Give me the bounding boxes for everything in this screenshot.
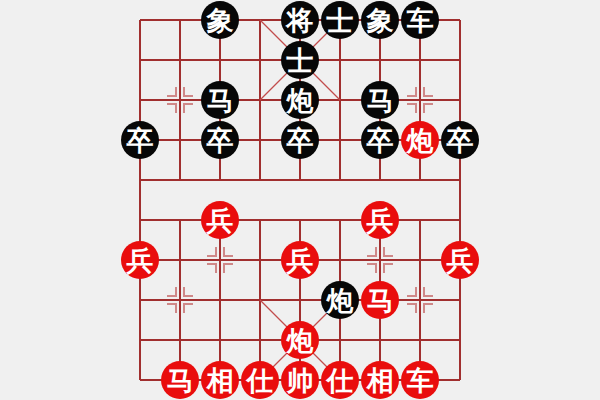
piece-red-soldier[interactable]: 兵 [361, 201, 399, 239]
piece-red-horse[interactable]: 马 [361, 281, 399, 319]
piece-red-advisor[interactable]: 仕 [321, 361, 359, 399]
piece-black-horse[interactable]: 马 [361, 81, 399, 119]
piece-red-cannon[interactable]: 炮 [401, 121, 439, 159]
piece-red-elephant[interactable]: 相 [361, 361, 399, 399]
piece-black-soldier[interactable]: 卒 [441, 121, 479, 159]
piece-layer: 象将士象车士马炮马卒卒卒卒炮卒兵兵兵兵兵炮马炮马相仕帅仕相车 [120, 0, 480, 400]
piece-black-horse[interactable]: 马 [201, 81, 239, 119]
xiangqi-app: 象将士象车士马炮马卒卒卒卒炮卒兵兵兵兵兵炮马炮马相仕帅仕相车 [0, 0, 600, 400]
piece-black-elephant[interactable]: 象 [361, 1, 399, 39]
piece-red-soldier[interactable]: 兵 [201, 201, 239, 239]
piece-black-soldier[interactable]: 卒 [121, 121, 159, 159]
piece-black-soldier[interactable]: 卒 [201, 121, 239, 159]
piece-red-horse[interactable]: 马 [161, 361, 199, 399]
piece-red-soldier[interactable]: 兵 [281, 241, 319, 279]
piece-black-advisor[interactable]: 士 [281, 41, 319, 79]
piece-black-general[interactable]: 将 [281, 1, 319, 39]
piece-black-soldier[interactable]: 卒 [281, 121, 319, 159]
piece-red-soldier[interactable]: 兵 [121, 241, 159, 279]
piece-black-chariot[interactable]: 车 [401, 1, 439, 39]
piece-black-elephant[interactable]: 象 [201, 1, 239, 39]
piece-black-advisor[interactable]: 士 [321, 1, 359, 39]
piece-black-soldier[interactable]: 卒 [361, 121, 399, 159]
piece-red-soldier[interactable]: 兵 [441, 241, 479, 279]
piece-red-chariot[interactable]: 车 [401, 361, 439, 399]
piece-red-elephant[interactable]: 相 [201, 361, 239, 399]
piece-red-general[interactable]: 帅 [281, 361, 319, 399]
piece-red-advisor[interactable]: 仕 [241, 361, 279, 399]
piece-red-cannon[interactable]: 炮 [281, 321, 319, 359]
piece-black-cannon[interactable]: 炮 [321, 281, 359, 319]
piece-black-cannon[interactable]: 炮 [281, 81, 319, 119]
xiangqi-board[interactable]: 象将士象车士马炮马卒卒卒卒炮卒兵兵兵兵兵炮马炮马相仕帅仕相车 [0, 0, 600, 400]
